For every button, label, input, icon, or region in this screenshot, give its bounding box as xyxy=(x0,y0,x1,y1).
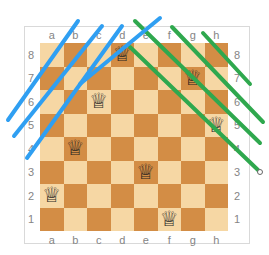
file-label-f: f xyxy=(158,233,182,246)
rank-labels-left: 87654321 xyxy=(24,43,38,231)
file-label-f: f xyxy=(158,28,182,41)
file-label-e: e xyxy=(134,233,158,246)
rank-label-7: 7 xyxy=(24,67,38,91)
square-d7[interactable] xyxy=(111,67,135,91)
square-b5[interactable] xyxy=(64,114,88,138)
square-e8[interactable] xyxy=(134,43,158,67)
square-c1[interactable] xyxy=(87,208,111,232)
file-label-c: c xyxy=(87,28,111,41)
square-e2[interactable] xyxy=(134,184,158,208)
rank-labels-right: 87654321 xyxy=(230,43,244,231)
queen-e3[interactable]: ♕ xyxy=(136,161,155,184)
square-h6[interactable] xyxy=(205,90,229,114)
square-h2[interactable] xyxy=(205,184,229,208)
rank-label-6: 6 xyxy=(24,90,38,114)
rank-label-2: 2 xyxy=(230,184,244,208)
square-e3[interactable]: ♕ xyxy=(134,161,158,185)
queen-f1[interactable]: ♕ xyxy=(160,208,179,231)
file-labels-top: abcdefgh xyxy=(40,28,228,41)
square-f7[interactable] xyxy=(158,67,182,91)
queen-g7[interactable]: ♕ xyxy=(183,67,202,90)
square-e7[interactable] xyxy=(134,67,158,91)
square-b3[interactable] xyxy=(64,161,88,185)
square-f5[interactable] xyxy=(158,114,182,138)
rank-label-4: 4 xyxy=(230,137,244,161)
square-c3[interactable] xyxy=(87,161,111,185)
queen-c6[interactable]: ♕ xyxy=(89,90,108,113)
square-d2[interactable] xyxy=(111,184,135,208)
square-g6[interactable] xyxy=(181,90,205,114)
square-a3[interactable] xyxy=(40,161,64,185)
file-label-h: h xyxy=(205,28,229,41)
square-d5[interactable] xyxy=(111,114,135,138)
chess-board: ♕♕♕♕♕♕♕♕ xyxy=(40,43,228,231)
rank-label-3: 3 xyxy=(230,161,244,185)
square-d3[interactable] xyxy=(111,161,135,185)
square-d1[interactable] xyxy=(111,208,135,232)
square-b8[interactable] xyxy=(64,43,88,67)
square-g4[interactable] xyxy=(181,137,205,161)
square-e1[interactable] xyxy=(134,208,158,232)
square-b4[interactable]: ♕ xyxy=(64,137,88,161)
square-f1[interactable]: ♕ xyxy=(158,208,182,232)
square-h1[interactable] xyxy=(205,208,229,232)
square-a7[interactable] xyxy=(40,67,64,91)
queen-d8[interactable]: ♕ xyxy=(113,43,132,66)
square-g5[interactable] xyxy=(181,114,205,138)
file-label-g: g xyxy=(181,233,205,246)
queen-a2[interactable]: ♕ xyxy=(42,184,61,207)
square-g8[interactable] xyxy=(181,43,205,67)
square-c7[interactable] xyxy=(87,67,111,91)
square-h8[interactable] xyxy=(205,43,229,67)
square-f2[interactable] xyxy=(158,184,182,208)
rank-label-6: 6 xyxy=(230,90,244,114)
square-f3[interactable] xyxy=(158,161,182,185)
rank-label-8: 8 xyxy=(230,43,244,67)
square-g2[interactable] xyxy=(181,184,205,208)
square-h5[interactable]: ♕ xyxy=(205,114,229,138)
queens-puzzle-diagram: abcdefgh 87654321 87654321 abcdefgh ♕♕♕♕… xyxy=(0,0,269,255)
file-label-b: b xyxy=(64,28,88,41)
rank-label-1: 1 xyxy=(24,208,38,232)
square-g7[interactable]: ♕ xyxy=(181,67,205,91)
queen-h5[interactable]: ♕ xyxy=(207,114,226,137)
square-d4[interactable] xyxy=(111,137,135,161)
square-a5[interactable] xyxy=(40,114,64,138)
square-f8[interactable] xyxy=(158,43,182,67)
square-h7[interactable] xyxy=(205,67,229,91)
square-a6[interactable] xyxy=(40,90,64,114)
square-a8[interactable] xyxy=(40,43,64,67)
file-labels-bottom: abcdefgh xyxy=(40,233,228,246)
square-h4[interactable] xyxy=(205,137,229,161)
square-b2[interactable] xyxy=(64,184,88,208)
square-a1[interactable] xyxy=(40,208,64,232)
rank-label-8: 8 xyxy=(24,43,38,67)
file-label-h: h xyxy=(205,233,229,246)
file-label-c: c xyxy=(87,233,111,246)
square-b1[interactable] xyxy=(64,208,88,232)
square-a4[interactable] xyxy=(40,137,64,161)
square-e6[interactable] xyxy=(134,90,158,114)
square-h3[interactable] xyxy=(205,161,229,185)
file-label-a: a xyxy=(40,233,64,246)
rank-label-5: 5 xyxy=(230,114,244,138)
file-label-d: d xyxy=(111,28,135,41)
file-label-b: b xyxy=(64,233,88,246)
rank-label-2: 2 xyxy=(24,184,38,208)
square-f4[interactable] xyxy=(158,137,182,161)
square-c4[interactable] xyxy=(87,137,111,161)
file-label-a: a xyxy=(40,28,64,41)
square-f6[interactable] xyxy=(158,90,182,114)
file-label-e: e xyxy=(134,28,158,41)
rank-label-7: 7 xyxy=(230,67,244,91)
square-a2[interactable]: ♕ xyxy=(40,184,64,208)
square-b6[interactable] xyxy=(64,90,88,114)
rank-label-5: 5 xyxy=(24,114,38,138)
square-g1[interactable] xyxy=(181,208,205,232)
square-c8[interactable] xyxy=(87,43,111,67)
square-g3[interactable] xyxy=(181,161,205,185)
square-e4[interactable] xyxy=(134,137,158,161)
rank-label-1: 1 xyxy=(230,208,244,232)
square-b7[interactable] xyxy=(64,67,88,91)
square-c2[interactable] xyxy=(87,184,111,208)
line-endpoint-handle[interactable] xyxy=(258,170,263,175)
square-d8[interactable]: ♕ xyxy=(111,43,135,67)
square-d6[interactable] xyxy=(111,90,135,114)
square-c5[interactable] xyxy=(87,114,111,138)
file-label-d: d xyxy=(111,233,135,246)
rank-label-4: 4 xyxy=(24,137,38,161)
file-label-g: g xyxy=(181,28,205,41)
square-c6[interactable]: ♕ xyxy=(87,90,111,114)
queen-b4[interactable]: ♕ xyxy=(66,137,85,160)
square-e5[interactable] xyxy=(134,114,158,138)
rank-label-3: 3 xyxy=(24,161,38,185)
